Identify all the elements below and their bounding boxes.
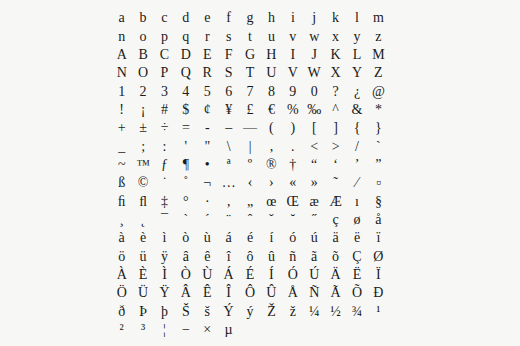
glyph-cell: D [175,46,196,64]
glyph-cell: T [239,64,260,82]
glyph-cell: { [346,119,367,137]
glyph-cell: v [282,27,303,45]
glyph-cell: ▫ [368,174,389,192]
glyph-cell: , [261,137,282,155]
glyph-cell: Š [175,303,196,321]
glyph-cell: y [346,27,367,45]
glyph-cell: J [304,46,325,64]
glyph-cell: Õ [346,284,367,302]
glyph-cell: ï [368,229,389,247]
glyph-cell: º [239,156,260,174]
glyph-cell: / [346,137,367,155]
glyph-cell: ã [304,247,325,265]
glyph-cell: ˛ [132,211,153,229]
glyph-cell: ƒ [154,156,175,174]
glyph-cell: Ï [368,266,389,284]
glyph-cell: . [282,137,303,155]
glyph-cell: < [304,137,325,155]
glyph-cell: ç [325,211,346,229]
glyph-cell: ´ [197,211,218,229]
glyph-cell: Y [346,64,367,82]
glyph-cell: ‚ [218,192,239,210]
glyph-cell: ¨ [218,211,239,229]
glyph-cell: Z [368,64,389,82]
glyph-cell: U [261,64,282,82]
glyph-cell: 8 [261,82,282,100]
glyph-cell: È [132,266,153,284]
glyph-cell: å [368,211,389,229]
glyph-cell: ﬁ [111,192,132,210]
glyph-cell [368,321,389,339]
glyph-cell: Â [175,284,196,302]
glyph-cell: Q [175,64,196,82]
glyph-cell: 9 [282,82,303,100]
glyph-cell: » [304,174,325,192]
glyph-cell: Ò [175,266,196,284]
glyph-cell: 1 [111,82,132,100]
glyph-cell: ˙ [154,174,175,192]
glyph-cell: i [282,9,303,27]
glyph-cell: Ý [218,303,239,321]
glyph-cell [325,321,346,339]
glyph-cell: 0 [304,82,325,100]
glyph-cell: ž [282,303,303,321]
glyph-cell: \ [218,137,239,155]
glyph-cell: › [261,174,282,192]
glyph-cell: o [132,27,153,45]
glyph-cell: r [197,27,218,45]
glyph-cell: G [239,46,260,64]
glyph-cell: × [197,321,218,339]
glyph-cell: E [197,46,218,64]
glyph-cell: ÷ [154,119,175,137]
glyph-cell: a [111,9,132,27]
glyph-cell: “ [304,156,325,174]
glyph-cell: + [111,119,132,137]
glyph-cell: ð [111,303,132,321]
glyph-cell: é [239,229,260,247]
glyph-cell: " [197,137,218,155]
glyph-cell: ˜ [325,174,346,192]
glyph-cell: ¾ [346,303,367,321]
glyph-cell: ) [282,119,303,137]
glyph-cell: S [218,64,239,82]
glyph-cell: % [282,101,303,119]
glyph-cell: K [325,46,346,64]
glyph-cell: € [261,101,282,119]
glyph-cell: 5 [197,82,218,100]
glyph-cell: ê [197,247,218,265]
glyph-cell: = [175,119,196,137]
glyph-cell: Ã [325,284,346,302]
glyph-cell: Ô [239,284,260,302]
glyph-cell: — [239,119,260,137]
glyph-cell: ô [239,247,260,265]
glyph-cell: … [218,174,239,192]
glyph-cell: Þ [132,303,153,321]
glyph-cell: ¹ [368,303,389,321]
glyph-cell: 7 [239,82,260,100]
glyph-cell: ò [175,229,196,247]
glyph-cell: á [218,229,239,247]
glyph-cell: ‘ [325,156,346,174]
glyph-cell: ñ [282,247,303,265]
glyph-cell: ¬ [197,174,218,192]
glyph-cell: Æ [325,192,346,210]
glyph-cell: ¡ [132,101,153,119]
glyph-cell: § [368,192,389,210]
glyph-cell: } [368,119,389,137]
glyph-cell: z [368,27,389,45]
glyph-cell: W [304,64,325,82]
glyph-cell: â [175,247,196,265]
glyph-cell: © [132,174,153,192]
glyph-cell: ä [325,229,346,247]
glyph-cell: A [111,46,132,64]
glyph-cell: # [154,101,175,119]
glyph-cell: Ä [325,266,346,284]
glyph-cell: l [346,9,367,27]
glyph-cell: Ú [304,266,325,284]
glyph-cell: £ [239,101,260,119]
glyph-cell: ⁄ [346,174,367,192]
glyph-cell: R [197,64,218,82]
glyph-cell: L [346,46,367,64]
glyph-cell: I [282,46,303,64]
glyph-cell: 4 [175,82,196,100]
glyph-cell: : [154,137,175,155]
glyph-cell: O [132,64,153,82]
glyph-cell: ~ [111,156,132,174]
glyph-cell: ' [175,137,196,155]
glyph-cell: ß [111,174,132,192]
glyph-cell: Ž [261,303,282,321]
glyph-cell: ˆ [239,211,260,229]
glyph-cell: & [346,101,367,119]
glyph-cell: 6 [218,82,239,100]
glyph-cell: 3 [154,82,175,100]
glyph-cell: ™ [132,156,153,174]
glyph-cell: ½ [325,303,346,321]
glyph-cell: @ [368,82,389,100]
glyph-cell: – [218,119,239,137]
glyph-cell: X [325,64,346,82]
glyph-cell: ˝ [304,211,325,229]
glyph-cell: ’ [346,156,367,174]
glyph-cell: _ [111,137,132,155]
glyph-cell: ‹ [239,174,260,192]
glyph-cell: µ [218,321,239,339]
glyph-cell: B [132,46,153,64]
glyph-cell: • [197,156,218,174]
glyph-cell: ó [282,229,303,247]
glyph-cell: > [325,137,346,155]
glyph-cell: s [218,27,239,45]
glyph-cell: Ÿ [154,284,175,302]
glyph-cell: „ [239,192,260,210]
glyph-cell: ü [132,247,153,265]
glyph-cell: Ë [346,266,367,284]
glyph-cell: ¿ [346,82,367,100]
glyph-cell: | [239,137,260,155]
glyph-cell: ° [175,192,196,210]
glyph-cell: ” [368,156,389,174]
glyph-cell: ı [346,192,367,210]
glyph-cell: ; [132,137,153,155]
glyph-cell: Ð [368,284,389,302]
glyph-cell: k [325,9,346,27]
glyph-cell: Á [218,266,239,284]
glyph-cell: b [132,9,153,27]
glyph-cell: Ç [346,247,367,265]
glyph-cell: w [304,27,325,45]
glyph-cell: ¢ [197,101,218,119]
glyph-cell: ¯ [154,211,175,229]
glyph-cell: j [304,9,325,27]
glyph-cell: ¶ [175,156,196,174]
glyph-cell: p [154,27,175,45]
glyph-cell: Í [261,266,282,284]
glyph-cell: C [154,46,175,64]
glyph-cell: ‰ [304,101,325,119]
glyph-cell: æ [304,192,325,210]
glyph-cell: M [368,46,389,64]
glyph-cell: ` [368,137,389,155]
glyph-cell: Ì [154,266,175,284]
glyph-cell [282,321,303,339]
glyph-cell: d [175,9,196,27]
glyph-cell: - [197,119,218,137]
glyph-cell: ﬂ [132,192,153,210]
glyph-cell: Ö [111,284,132,302]
glyph-cell: † [282,156,303,174]
glyph-cell: * [368,101,389,119]
glyph-cell [239,321,260,339]
glyph-cell: ‡ [154,192,175,210]
glyph-cell: í [261,229,282,247]
glyph-cell: V [282,64,303,82]
glyph-cell: Ø [368,247,389,265]
glyph-cell: ÿ [154,247,175,265]
glyph-cell: g [239,9,260,27]
glyph-cell: ? [325,82,346,100]
glyph-cell: ú [304,229,325,247]
glyph-cell: N [111,64,132,82]
glyph-cell: Ù [197,266,218,284]
glyph-cell: ^ [325,101,346,119]
glyph-cell: f [218,9,239,27]
glyph-cell: ö [111,247,132,265]
glyph-cell: õ [325,247,346,265]
glyph-cell: c [154,9,175,27]
glyph-cell: ˇ [261,211,282,229]
glyph-cell: « [282,174,303,192]
glyph-cell: ± [132,119,153,137]
glyph-cell: Û [261,284,282,302]
glyph-cell: m [368,9,389,27]
glyph-cell: É [239,266,260,284]
glyph-cell: Å [282,284,303,302]
glyph-cell: n [111,27,132,45]
glyph-cell: œ [261,192,282,210]
glyph-cell: x [325,27,346,45]
glyph-cell: ˚ [175,174,196,192]
glyph-cell: ( [261,119,282,137]
glyph-cell: t [239,27,260,45]
glyph-cell: h [261,9,282,27]
glyph-cell: ø [346,211,367,229]
glyph-cell: þ [154,303,175,321]
glyph-cell: ³ [132,321,153,339]
glyph-cell: ¸ [111,211,132,229]
glyph-cell: F [218,46,239,64]
glyph-grid: abcdefghijklmnopqrstuvwxyzABCDEFGHIJKLMN… [111,9,389,339]
glyph-cell: e [197,9,218,27]
glyph-cell: ! [111,101,132,119]
glyph-cell: Ñ [304,284,325,302]
glyph-cell: ª [218,156,239,174]
glyph-cell: ® [261,156,282,174]
glyph-cell: q [175,27,196,45]
glyph-cell: Ü [132,284,153,302]
glyph-cell: ¥ [218,101,239,119]
glyph-cell [261,321,282,339]
glyph-cell: P [154,64,175,82]
glyph-cell: [ [304,119,325,137]
glyph-cell: ë [346,229,367,247]
glyph-cell: ù [197,229,218,247]
glyph-cell: à [111,229,132,247]
glyph-cell: ì [154,229,175,247]
glyph-cell: − [175,321,196,339]
glyph-cell: ] [325,119,346,137]
glyph-cell: 2 [132,82,153,100]
glyph-cell: ² [111,321,132,339]
glyph-cell: u [261,27,282,45]
glyph-cell: H [261,46,282,64]
glyph-cell: À [111,266,132,284]
glyph-cell: û [261,247,282,265]
glyph-cell: Ó [282,266,303,284]
glyph-cell: Î [218,284,239,302]
glyph-cell: ý [239,303,260,321]
glyph-cell [346,321,367,339]
glyph-cell: ˘ [282,211,303,229]
glyph-cell: î [218,247,239,265]
glyph-cell: è [132,229,153,247]
glyph-cell: · [197,192,218,210]
glyph-cell: Œ [282,192,303,210]
glyph-cell: ¦ [154,321,175,339]
glyph-cell: š [197,303,218,321]
glyph-cell: ¼ [304,303,325,321]
glyph-cell: $ [175,101,196,119]
character-map-page: abcdefghijklmnopqrstuvwxyzABCDEFGHIJKLMN… [0,0,520,346]
glyph-cell [304,321,325,339]
glyph-cell: ` [175,211,196,229]
glyph-cell: Ê [197,284,218,302]
